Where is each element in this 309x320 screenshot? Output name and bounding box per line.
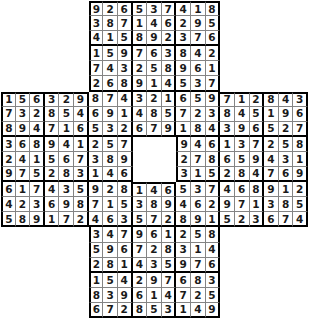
cell-r6-c10: 9: [133, 76, 148, 91]
empty-region: [59, 76, 74, 91]
cell-r16-c11: 6: [147, 227, 162, 242]
cell-r14-c2: 2: [16, 197, 31, 212]
empty-region: [30, 1, 45, 16]
cell-r7-c16: 7: [220, 92, 235, 107]
cell-r14-c10: 3: [133, 197, 148, 212]
empty-region: [264, 46, 279, 61]
cell-r9-c20: 2: [279, 122, 294, 137]
empty-region: [279, 258, 294, 273]
cell-r8-c19: 1: [264, 107, 279, 122]
cell-r13-c16: 4: [220, 182, 235, 197]
cell-r15-c5: 7: [59, 212, 74, 227]
cell-r16-c15: 8: [206, 227, 221, 242]
cell-r14-c7: 7: [89, 197, 104, 212]
cell-r21-c15: 9: [206, 303, 221, 318]
cell-r6-c8: 6: [103, 76, 118, 91]
empty-region: [250, 303, 265, 318]
cell-r8-c13: 7: [176, 107, 191, 122]
cell-r11-c18: 9: [250, 152, 265, 167]
empty-region: [16, 303, 31, 318]
empty-region: [30, 16, 45, 31]
cell-r9-c13: 1: [176, 122, 191, 137]
empty-region: [279, 273, 294, 288]
empty-region: [162, 152, 177, 167]
cell-r10-c15: 6: [206, 137, 221, 152]
cell-r11-c6: 7: [74, 152, 89, 167]
cell-r1-c10: 5: [133, 1, 148, 16]
cell-r15-c8: 6: [103, 212, 118, 227]
empty-region: [16, 273, 31, 288]
cell-r1-c11: 3: [147, 1, 162, 16]
empty-region: [45, 31, 60, 46]
empty-region: [220, 288, 235, 303]
cell-r10-c21: 8: [293, 137, 308, 152]
cell-r12-c17: 8: [235, 167, 250, 182]
cell-r10-c6: 1: [74, 137, 89, 152]
empty-region: [1, 288, 16, 303]
empty-region: [220, 46, 235, 61]
cell-r17-c7: 5: [89, 243, 104, 258]
cell-r13-c12: 6: [162, 182, 177, 197]
cell-r14-c11: 8: [147, 197, 162, 212]
empty-region: [16, 16, 31, 31]
cell-r16-c10: 9: [133, 227, 148, 242]
empty-region: [279, 76, 294, 91]
cell-r2-c8: 8: [103, 16, 118, 31]
cell-r20-c8: 3: [103, 288, 118, 303]
empty-region: [45, 1, 60, 16]
cell-r18-c12: 5: [162, 258, 177, 273]
cell-r14-c9: 5: [118, 197, 133, 212]
cell-r10-c16: 1: [220, 137, 235, 152]
cell-r10-c7: 2: [89, 137, 104, 152]
empty-region: [45, 243, 60, 258]
empty-region: [235, 76, 250, 91]
empty-region: [235, 258, 250, 273]
cell-r9-c1: 8: [1, 122, 16, 137]
empty-region: [30, 61, 45, 76]
cell-r7-c18: 2: [250, 92, 265, 107]
cell-r19-c14: 8: [191, 273, 206, 288]
empty-region: [59, 16, 74, 31]
cell-r4-c9: 9: [118, 46, 133, 61]
cell-r7-c3: 6: [30, 92, 45, 107]
cell-r12-c18: 4: [250, 167, 265, 182]
cell-r11-c21: 1: [293, 152, 308, 167]
empty-region: [45, 46, 60, 61]
empty-region: [235, 1, 250, 16]
empty-region: [74, 16, 89, 31]
cell-r7-c12: 1: [162, 92, 177, 107]
cell-r14-c21: 5: [293, 197, 308, 212]
cell-r12-c20: 6: [279, 167, 294, 182]
empty-region: [45, 258, 60, 273]
cell-r15-c10: 5: [133, 212, 148, 227]
cell-r13-c19: 9: [264, 182, 279, 197]
empty-region: [235, 243, 250, 258]
cell-r7-c20: 4: [279, 92, 294, 107]
empty-region: [220, 243, 235, 258]
empty-region: [235, 31, 250, 46]
cell-r3-c13: 3: [176, 31, 191, 46]
empty-region: [235, 273, 250, 288]
empty-region: [264, 1, 279, 16]
empty-region: [250, 46, 265, 61]
cell-r10-c2: 6: [16, 137, 31, 152]
cell-r15-c16: 5: [220, 212, 235, 227]
cell-r17-c14: 1: [191, 243, 206, 258]
empty-region: [220, 303, 235, 318]
empty-region: [220, 227, 235, 242]
cell-r5-c10: 2: [133, 61, 148, 76]
cell-r20-c14: 2: [191, 288, 206, 303]
cell-r7-c15: 9: [206, 92, 221, 107]
cell-r7-c19: 8: [264, 92, 279, 107]
cell-r11-c13: 2: [176, 152, 191, 167]
empty-region: [30, 76, 45, 91]
cell-r3-c11: 9: [147, 31, 162, 46]
cell-r8-c3: 2: [30, 107, 45, 122]
cell-r9-c21: 7: [293, 122, 308, 137]
cell-r1-c12: 7: [162, 1, 177, 16]
cell-r20-c7: 8: [89, 288, 104, 303]
cell-r9-c10: 6: [133, 122, 148, 137]
cell-r15-c2: 8: [16, 212, 31, 227]
cell-r1-c15: 8: [206, 1, 221, 16]
cell-r9-c8: 3: [103, 122, 118, 137]
empty-region: [264, 258, 279, 273]
empty-region: [147, 152, 162, 167]
cell-r8-c11: 8: [147, 107, 162, 122]
cell-r16-c9: 7: [118, 227, 133, 242]
cell-r15-c17: 2: [235, 212, 250, 227]
empty-region: [279, 288, 294, 303]
cell-r13-c17: 6: [235, 182, 250, 197]
cell-r13-c5: 3: [59, 182, 74, 197]
cell-r12-c14: 1: [191, 167, 206, 182]
cell-r14-c12: 9: [162, 197, 177, 212]
cell-r11-c19: 4: [264, 152, 279, 167]
cell-r19-c7: 1: [89, 273, 104, 288]
empty-region: [16, 288, 31, 303]
empty-region: [74, 1, 89, 16]
empty-region: [59, 288, 74, 303]
empty-region: [45, 303, 60, 318]
cell-r8-c12: 5: [162, 107, 177, 122]
cell-r21-c13: 1: [176, 303, 191, 318]
cell-r8-c1: 7: [1, 107, 16, 122]
cell-r13-c15: 7: [206, 182, 221, 197]
puzzle-canvas: 9265374183871462954158923761597638427432…: [0, 0, 309, 320]
empty-region: [1, 76, 16, 91]
cell-r10-c14: 4: [191, 137, 206, 152]
cell-r9-c7: 5: [89, 122, 104, 137]
empty-region: [1, 61, 16, 76]
cell-r14-c4: 6: [45, 197, 60, 212]
cell-r10-c8: 5: [103, 137, 118, 152]
empty-region: [59, 31, 74, 46]
empty-region: [293, 31, 308, 46]
empty-region: [74, 227, 89, 242]
cell-r13-c8: 2: [103, 182, 118, 197]
cell-r7-c5: 2: [59, 92, 74, 107]
cell-r8-c7: 6: [89, 107, 104, 122]
empty-region: [1, 31, 16, 46]
cell-r15-c3: 9: [30, 212, 45, 227]
empty-region: [16, 76, 31, 91]
cell-r16-c12: 1: [162, 227, 177, 242]
cell-r7-c11: 2: [147, 92, 162, 107]
empty-region: [1, 303, 16, 318]
cell-r20-c9: 9: [118, 288, 133, 303]
cell-r19-c8: 5: [103, 273, 118, 288]
empty-region: [1, 273, 16, 288]
cell-r4-c8: 5: [103, 46, 118, 61]
cell-r17-c13: 3: [176, 243, 191, 258]
empty-region: [59, 227, 74, 242]
cell-r11-c15: 8: [206, 152, 221, 167]
empty-region: [220, 31, 235, 46]
cell-r7-c13: 6: [176, 92, 191, 107]
cell-r17-c10: 7: [133, 243, 148, 258]
empty-region: [30, 227, 45, 242]
empty-region: [1, 1, 16, 16]
empty-region: [235, 46, 250, 61]
empty-region: [59, 273, 74, 288]
cell-r13-c1: 6: [1, 182, 16, 197]
cell-r8-c10: 4: [133, 107, 148, 122]
empty-region: [250, 243, 265, 258]
empty-region: [264, 243, 279, 258]
cell-r11-c1: 2: [1, 152, 16, 167]
empty-region: [133, 167, 148, 182]
cell-r13-c18: 8: [250, 182, 265, 197]
cell-r7-c9: 4: [118, 92, 133, 107]
cell-r12-c8: 4: [103, 167, 118, 182]
empty-region: [293, 227, 308, 242]
cell-r2-c15: 5: [206, 16, 221, 31]
cell-r12-c16: 2: [220, 167, 235, 182]
empty-region: [235, 288, 250, 303]
cell-r18-c7: 2: [89, 258, 104, 273]
cell-r8-c2: 3: [16, 107, 31, 122]
empty-region: [220, 61, 235, 76]
cell-r13-c4: 4: [45, 182, 60, 197]
cell-r8-c8: 9: [103, 107, 118, 122]
empty-region: [293, 288, 308, 303]
cell-r18-c8: 8: [103, 258, 118, 273]
empty-region: [235, 227, 250, 242]
empty-region: [264, 16, 279, 31]
cell-r6-c15: 7: [206, 76, 221, 91]
empty-region: [250, 227, 265, 242]
cell-r3-c14: 7: [191, 31, 206, 46]
cell-r15-c15: 1: [206, 212, 221, 227]
cell-r5-c11: 5: [147, 61, 162, 76]
cell-r15-c21: 4: [293, 212, 308, 227]
cell-r14-c8: 1: [103, 197, 118, 212]
empty-region: [30, 258, 45, 273]
cell-r3-c8: 1: [103, 31, 118, 46]
cell-r3-c15: 6: [206, 31, 221, 46]
empty-region: [30, 31, 45, 46]
empty-region: [279, 16, 294, 31]
cell-r7-c14: 5: [191, 92, 206, 107]
cell-r5-c12: 8: [162, 61, 177, 76]
empty-region: [147, 167, 162, 182]
empty-region: [264, 303, 279, 318]
cell-r2-c14: 9: [191, 16, 206, 31]
cell-r8-c17: 4: [235, 107, 250, 122]
cell-r18-c10: 4: [133, 258, 148, 273]
empty-region: [279, 1, 294, 16]
cell-r7-c10: 3: [133, 92, 148, 107]
cell-r5-c7: 7: [89, 61, 104, 76]
cell-r4-c15: 2: [206, 46, 221, 61]
empty-region: [293, 303, 308, 318]
empty-region: [59, 258, 74, 273]
cell-r4-c13: 8: [176, 46, 191, 61]
empty-region: [45, 76, 60, 91]
cell-r12-c13: 3: [176, 167, 191, 182]
empty-region: [30, 288, 45, 303]
cell-r9-c18: 6: [250, 122, 265, 137]
cell-r13-c7: 9: [89, 182, 104, 197]
cell-r9-c2: 9: [16, 122, 31, 137]
cell-r2-c10: 1: [133, 16, 148, 31]
cell-r9-c19: 5: [264, 122, 279, 137]
cell-r13-c10: 1: [133, 182, 148, 197]
empty-region: [1, 258, 16, 273]
empty-region: [279, 61, 294, 76]
cell-r16-c14: 5: [191, 227, 206, 242]
cell-r15-c20: 7: [279, 212, 294, 227]
cell-r8-c4: 8: [45, 107, 60, 122]
cell-r8-c14: 2: [191, 107, 206, 122]
empty-region: [293, 273, 308, 288]
cell-r9-c14: 8: [191, 122, 206, 137]
cell-r21-c8: 7: [103, 303, 118, 318]
empty-region: [279, 46, 294, 61]
cell-r12-c15: 5: [206, 167, 221, 182]
cell-r5-c14: 6: [191, 61, 206, 76]
empty-region: [133, 137, 148, 152]
cell-r13-c2: 1: [16, 182, 31, 197]
empty-region: [250, 61, 265, 76]
cell-r12-c7: 1: [89, 167, 104, 182]
cell-r17-c8: 9: [103, 243, 118, 258]
cell-r11-c14: 7: [191, 152, 206, 167]
empty-region: [279, 243, 294, 258]
cell-r8-c15: 3: [206, 107, 221, 122]
cell-r2-c12: 6: [162, 16, 177, 31]
empty-region: [16, 1, 31, 16]
cell-r15-c9: 3: [118, 212, 133, 227]
cell-r8-c6: 4: [74, 107, 89, 122]
cell-r14-c20: 8: [279, 197, 294, 212]
cell-r8-c9: 1: [118, 107, 133, 122]
cell-r16-c7: 3: [89, 227, 104, 242]
empty-region: [264, 31, 279, 46]
empty-region: [279, 31, 294, 46]
cell-r12-c3: 5: [30, 167, 45, 182]
sohei-sudoku-board: 9265374183871462954158923761597638427432…: [0, 0, 309, 320]
cell-r7-c8: 7: [103, 92, 118, 107]
cell-r10-c19: 2: [264, 137, 279, 152]
empty-region: [279, 227, 294, 242]
empty-region: [279, 303, 294, 318]
cell-r20-c13: 7: [176, 288, 191, 303]
empty-region: [45, 227, 60, 242]
cell-r15-c11: 7: [147, 212, 162, 227]
cell-r12-c9: 6: [118, 167, 133, 182]
cell-r19-c9: 4: [118, 273, 133, 288]
cell-r21-c14: 4: [191, 303, 206, 318]
cell-r9-c11: 7: [147, 122, 162, 137]
empty-region: [235, 303, 250, 318]
empty-region: [59, 46, 74, 61]
cell-r18-c14: 7: [191, 258, 206, 273]
cell-r19-c11: 9: [147, 273, 162, 288]
empty-region: [293, 258, 308, 273]
cell-r17-c12: 8: [162, 243, 177, 258]
cell-r18-c13: 9: [176, 258, 191, 273]
empty-region: [74, 303, 89, 318]
cell-r1-c14: 1: [191, 1, 206, 16]
empty-region: [293, 46, 308, 61]
cell-r9-c9: 2: [118, 122, 133, 137]
cell-r11-c9: 9: [118, 152, 133, 167]
cell-r15-c7: 4: [89, 212, 104, 227]
cell-r12-c4: 2: [45, 167, 60, 182]
cell-r10-c18: 7: [250, 137, 265, 152]
cell-r11-c2: 4: [16, 152, 31, 167]
cell-r16-c8: 4: [103, 227, 118, 242]
empty-region: [59, 243, 74, 258]
cell-r5-c9: 3: [118, 61, 133, 76]
empty-region: [162, 167, 177, 182]
empty-region: [1, 16, 16, 31]
cell-r10-c17: 3: [235, 137, 250, 152]
cell-r2-c13: 2: [176, 16, 191, 31]
cell-r20-c11: 1: [147, 288, 162, 303]
cell-r19-c15: 3: [206, 273, 221, 288]
cell-r9-c6: 6: [74, 122, 89, 137]
cell-r11-c3: 1: [30, 152, 45, 167]
cell-r6-c11: 1: [147, 76, 162, 91]
cell-r3-c12: 2: [162, 31, 177, 46]
empty-region: [250, 16, 265, 31]
empty-region: [74, 46, 89, 61]
cell-r16-c13: 2: [176, 227, 191, 242]
cell-r9-c4: 7: [45, 122, 60, 137]
cell-r15-c1: 5: [1, 212, 16, 227]
cell-r13-c20: 1: [279, 182, 294, 197]
cell-r21-c7: 6: [89, 303, 104, 318]
cell-r8-c16: 8: [220, 107, 235, 122]
cell-r21-c10: 8: [133, 303, 148, 318]
cell-r21-c12: 3: [162, 303, 177, 318]
cell-r14-c19: 3: [264, 197, 279, 212]
empty-region: [250, 76, 265, 91]
cell-r6-c7: 2: [89, 76, 104, 91]
empty-region: [59, 1, 74, 16]
empty-region: [220, 273, 235, 288]
cell-r7-c4: 3: [45, 92, 60, 107]
cell-r10-c9: 7: [118, 137, 133, 152]
cell-r9-c15: 4: [206, 122, 221, 137]
cell-r3-c10: 8: [133, 31, 148, 46]
